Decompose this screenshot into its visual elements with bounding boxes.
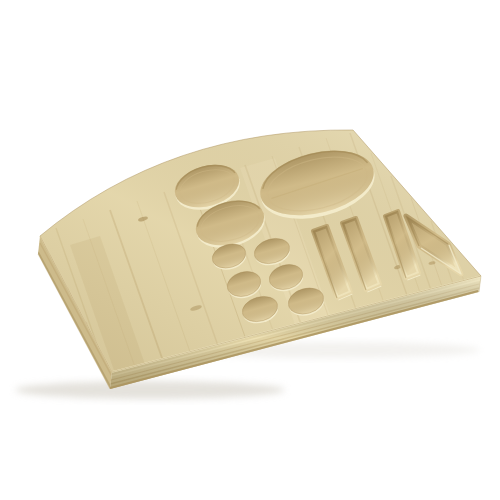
wooden-organizer-tray-photo: [0, 0, 500, 500]
product-photo-canvas: [0, 0, 500, 500]
